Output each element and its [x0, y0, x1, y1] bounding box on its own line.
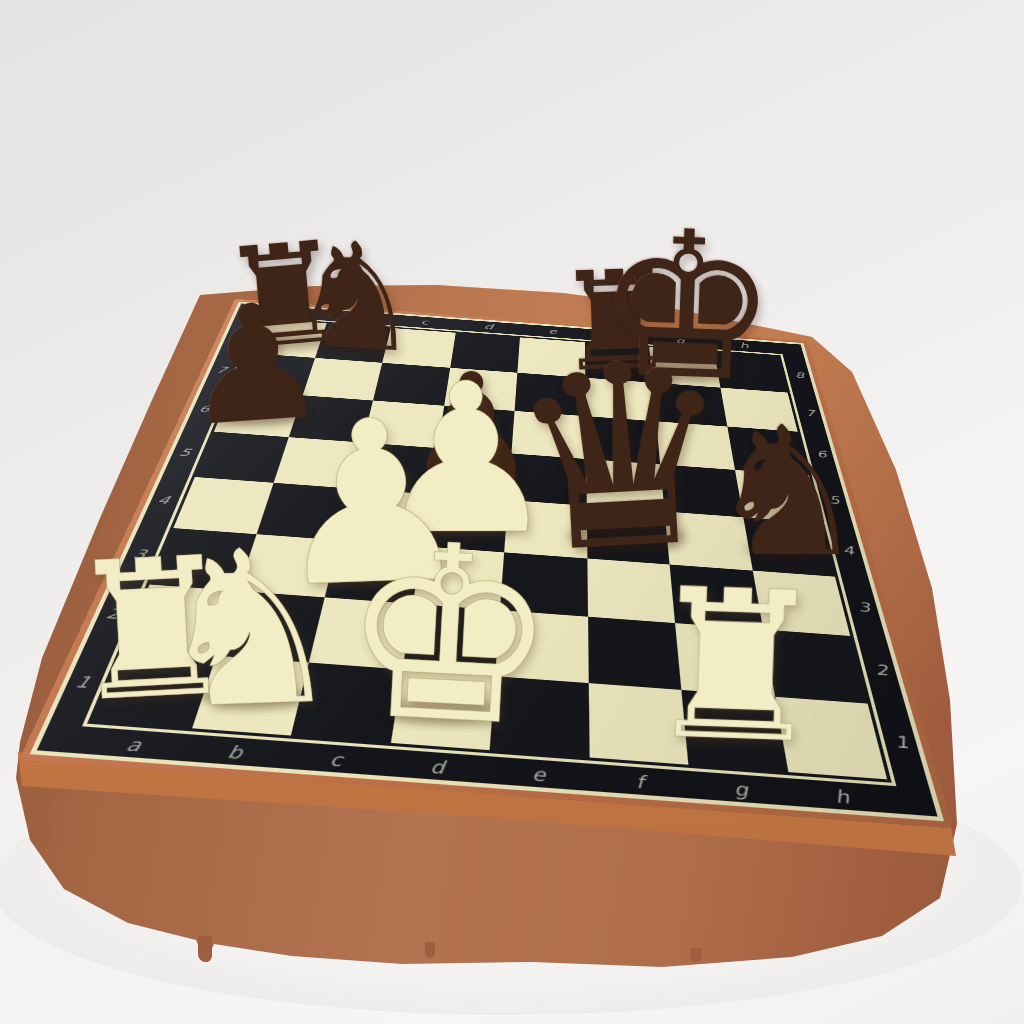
- file-label-d-top: d: [484, 323, 494, 331]
- photo-scene: aabbccddeeffgghh8877665544332211 ♜♞♜♚♟♟♟…: [0, 0, 1024, 1024]
- piece-white-knight-b1: ♞: [150, 520, 349, 740]
- glaze-drip: [198, 936, 212, 962]
- glaze-drip: [690, 948, 702, 962]
- piece-white-rook-g1: ♜: [640, 561, 832, 774]
- piece-white-king-d1: ♚: [335, 510, 564, 763]
- rank-label-8-right: 8: [794, 371, 805, 379]
- glaze-drip: [425, 942, 435, 958]
